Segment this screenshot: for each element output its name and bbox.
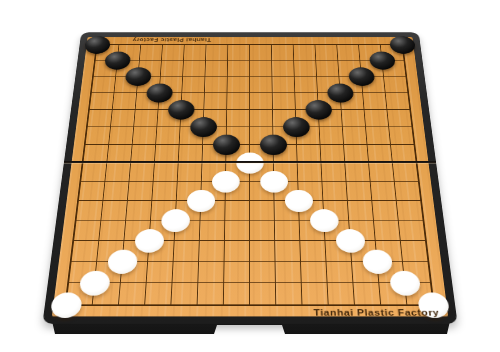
stone-black[interactable] [348,67,375,86]
stone-white[interactable] [361,249,392,273]
board-surface: Tianhai Plastic Factory Tianhai Plastic … [52,37,448,316]
stone-white[interactable] [134,229,164,252]
stone-black[interactable] [84,36,111,54]
brand-label-bottom: Tianhai Plastic Factory [313,308,439,318]
stone-black[interactable] [212,134,239,155]
stone-white[interactable] [49,292,82,318]
go-board: Tianhai Plastic Factory Tianhai Plastic … [42,32,457,323]
stone-white[interactable] [106,249,137,273]
fold-seam [64,161,436,163]
stone-white[interactable] [211,171,239,193]
stone-black[interactable] [190,117,217,137]
grid[interactable] [65,44,433,305]
stone-black[interactable] [104,51,131,69]
stone-white[interactable] [186,189,215,211]
stone-white[interactable] [389,270,421,295]
stone-white[interactable] [260,171,288,193]
stone-black[interactable] [260,134,287,155]
stone-black[interactable] [282,117,309,137]
stone-black[interactable] [327,83,354,102]
stone-black[interactable] [167,100,194,119]
brand-label-top-inverted: Tianhai Plastic Factory [132,37,211,42]
stone-black[interactable] [124,67,151,86]
board-frame: Tianhai Plastic Factory Tianhai Plastic … [42,32,457,323]
stone-white[interactable] [78,270,110,295]
stone-white[interactable] [160,209,189,232]
stone-black[interactable] [146,83,173,102]
stone-white[interactable] [284,189,313,211]
stone-black[interactable] [368,51,395,69]
stone-black[interactable] [389,36,416,54]
stone-black[interactable] [305,100,332,119]
stone-white[interactable] [335,229,365,252]
product-photo: Tianhai Plastic Factory Tianhai Plastic … [0,0,500,352]
stone-white[interactable] [309,209,338,232]
